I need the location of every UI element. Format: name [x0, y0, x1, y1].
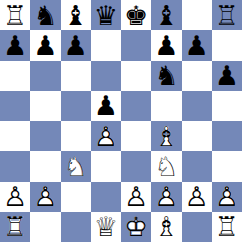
white-piece-fill-layer: ♟ — [0, 182, 30, 212]
piece-black-knight[interactable]: ♞ — [30, 0, 60, 30]
square-d7[interactable] — [91, 30, 121, 60]
white-piece-outline-layer: ♗ — [151, 121, 181, 151]
black-piece-glyph: ♟ — [61, 30, 91, 60]
square-a2[interactable]: ♟♙ — [0, 182, 30, 212]
square-b2[interactable]: ♟♙ — [30, 182, 60, 212]
white-piece-fill-layer: ♟ — [182, 182, 212, 212]
white-piece-fill-layer: ♜ — [212, 212, 242, 242]
square-h6[interactable]: ♟ — [212, 61, 242, 91]
white-piece-fill-layer: ♟ — [121, 182, 151, 212]
square-a1[interactable]: ♜♖ — [0, 212, 30, 242]
square-f5[interactable] — [151, 91, 181, 121]
black-piece-glyph: ♚ — [121, 0, 151, 30]
square-g3[interactable] — [182, 151, 212, 181]
square-e4[interactable] — [121, 121, 151, 151]
white-piece-outline-layer: ♙ — [151, 182, 181, 212]
piece-white-pawn[interactable]: ♟♙ — [30, 182, 60, 212]
square-g4[interactable] — [182, 121, 212, 151]
square-b5[interactable] — [30, 91, 60, 121]
square-e6[interactable] — [121, 61, 151, 91]
piece-black-pawn[interactable]: ♟ — [30, 30, 60, 60]
piece-white-pawn[interactable]: ♟♙ — [121, 182, 151, 212]
black-piece-glyph: ♟ — [0, 30, 30, 60]
white-piece-fill-layer: ♟ — [91, 121, 121, 151]
square-a4[interactable] — [0, 121, 30, 151]
black-piece-glyph: ♛ — [91, 0, 121, 30]
square-a8[interactable]: ♖ — [0, 0, 30, 30]
square-g7[interactable]: ♟ — [182, 30, 212, 60]
piece-white-pawn[interactable]: ♟♙ — [0, 182, 30, 212]
square-h4[interactable] — [212, 121, 242, 151]
piece-black-queen[interactable]: ♛ — [91, 0, 121, 30]
white-piece-outline-layer: ♙ — [91, 121, 121, 151]
square-h1[interactable]: ♜♖ — [212, 212, 242, 242]
square-h5[interactable] — [212, 91, 242, 121]
white-piece-outline-layer: ♙ — [212, 182, 242, 212]
piece-white-queen[interactable]: ♛♕ — [91, 212, 121, 242]
square-g8[interactable] — [182, 0, 212, 30]
piece-white-king[interactable]: ♚♔ — [121, 212, 151, 242]
white-piece-fill-layer: ♜ — [0, 212, 30, 242]
square-f8[interactable]: ♝ — [151, 0, 181, 30]
square-a3[interactable] — [0, 151, 30, 181]
black-piece-glyph: ♟ — [151, 30, 181, 60]
piece-black-pawn[interactable]: ♟ — [151, 30, 181, 60]
square-b1[interactable] — [30, 212, 60, 242]
square-c5[interactable] — [61, 91, 91, 121]
square-f3[interactable]: ♞♘ — [151, 151, 181, 181]
square-g1[interactable] — [182, 212, 212, 242]
square-d3[interactable] — [91, 151, 121, 181]
piece-black-pawn[interactable]: ♟ — [0, 30, 30, 60]
square-e7[interactable] — [121, 30, 151, 60]
square-d8[interactable]: ♛ — [91, 0, 121, 30]
square-c1[interactable] — [61, 212, 91, 242]
white-piece-outline-layer: ♘ — [151, 151, 181, 181]
white-piece-fill-layer: ♞ — [151, 151, 181, 181]
square-c2[interactable] — [61, 182, 91, 212]
black-piece-glyph: ♝ — [151, 0, 181, 30]
square-a6[interactable] — [0, 61, 30, 91]
square-a5[interactable] — [0, 91, 30, 121]
piece-black-bishop[interactable]: ♝ — [151, 0, 181, 30]
white-piece-outline-layer: ♙ — [30, 182, 60, 212]
white-piece-outline-layer: ♘ — [61, 151, 91, 181]
piece-white-bishop[interactable]: ♝♗ — [151, 212, 181, 242]
piece-white-pawn[interactable]: ♟♙ — [151, 182, 181, 212]
white-piece-outline-layer: ♔ — [121, 212, 151, 242]
square-d6[interactable] — [91, 61, 121, 91]
piece-black-pawn[interactable]: ♟ — [61, 30, 91, 60]
square-d1[interactable]: ♛♕ — [91, 212, 121, 242]
black-piece-glyph: ♖ — [0, 0, 30, 30]
white-piece-fill-layer: ♝ — [151, 212, 181, 242]
white-piece-outline-layer: ♕ — [91, 212, 121, 242]
black-piece-glyph: ♟ — [212, 61, 242, 91]
piece-white-pawn[interactable]: ♟♙ — [212, 182, 242, 212]
piece-black-bishop[interactable]: ♝ — [61, 0, 91, 30]
square-e5[interactable] — [121, 91, 151, 121]
white-piece-outline-layer: ♗ — [151, 212, 181, 242]
black-piece-glyph: ♞ — [151, 61, 181, 91]
white-piece-outline-layer: ♙ — [121, 182, 151, 212]
square-h2[interactable]: ♟♙ — [212, 182, 242, 212]
white-piece-outline-layer: ♖ — [0, 212, 30, 242]
piece-white-rook[interactable]: ♜♖ — [0, 212, 30, 242]
square-b8[interactable]: ♞ — [30, 0, 60, 30]
square-e2[interactable]: ♟♙ — [121, 182, 151, 212]
square-g2[interactable]: ♟♙ — [182, 182, 212, 212]
black-piece-glyph: ♟ — [91, 91, 121, 121]
square-c3[interactable]: ♞♘ — [61, 151, 91, 181]
piece-white-knight[interactable]: ♞♘ — [61, 151, 91, 181]
square-d5[interactable]: ♟ — [91, 91, 121, 121]
piece-white-pawn[interactable]: ♟♙ — [91, 121, 121, 151]
square-f4[interactable]: ♝♗ — [151, 121, 181, 151]
white-piece-fill-layer: ♚ — [121, 212, 151, 242]
chess-board: ♖♞♝♛♚♝♖♟♟♟♟♟♞♟♟♟♙♝♗♞♘♞♘♟♙♟♙♟♙♟♙♟♙♟♙♜♖♛♕♚… — [0, 0, 242, 242]
square-e8[interactable]: ♚ — [121, 0, 151, 30]
square-g5[interactable] — [182, 91, 212, 121]
square-h7[interactable] — [212, 30, 242, 60]
white-piece-fill-layer: ♛ — [91, 212, 121, 242]
black-piece-glyph: ♝ — [61, 0, 91, 30]
black-piece-glyph: ♞ — [30, 0, 60, 30]
square-e3[interactable] — [121, 151, 151, 181]
square-c6[interactable] — [61, 61, 91, 91]
white-piece-fill-layer: ♟ — [151, 182, 181, 212]
white-piece-fill-layer: ♞ — [61, 151, 91, 181]
piece-white-rook[interactable]: ♜♖ — [212, 212, 242, 242]
square-f6[interactable]: ♞ — [151, 61, 181, 91]
black-piece-glyph: ♟ — [182, 30, 212, 60]
piece-black-knight[interactable]: ♞ — [151, 61, 181, 91]
piece-white-bishop[interactable]: ♝♗ — [151, 121, 181, 151]
square-b7[interactable]: ♟ — [30, 30, 60, 60]
white-piece-fill-layer: ♝ — [151, 121, 181, 151]
piece-black-rook[interactable]: ♖ — [0, 0, 30, 30]
square-b4[interactable] — [30, 121, 60, 151]
square-c8[interactable]: ♝ — [61, 0, 91, 30]
white-piece-fill-layer: ♟ — [212, 182, 242, 212]
square-c4[interactable] — [61, 121, 91, 151]
black-piece-glyph: ♟ — [30, 30, 60, 60]
square-g6[interactable] — [182, 61, 212, 91]
white-piece-outline-layer: ♙ — [0, 182, 30, 212]
white-piece-fill-layer: ♟ — [30, 182, 60, 212]
piece-black-king[interactable]: ♚ — [121, 0, 151, 30]
square-h8[interactable]: ♖ — [212, 0, 242, 30]
piece-black-pawn[interactable]: ♟ — [182, 30, 212, 60]
piece-black-pawn[interactable]: ♟ — [212, 61, 242, 91]
piece-black-rook[interactable]: ♖ — [212, 0, 242, 30]
square-c7[interactable]: ♟ — [61, 30, 91, 60]
square-h3[interactable] — [212, 151, 242, 181]
black-piece-glyph: ♖ — [212, 0, 242, 30]
square-f1[interactable]: ♝♗ — [151, 212, 181, 242]
square-a7[interactable]: ♟ — [0, 30, 30, 60]
square-d4[interactable]: ♟♙ — [91, 121, 121, 151]
square-f7[interactable]: ♟ — [151, 30, 181, 60]
piece-black-pawn[interactable]: ♟ — [91, 91, 121, 121]
square-b3[interactable] — [30, 151, 60, 181]
white-piece-outline-layer: ♙ — [182, 182, 212, 212]
piece-white-knight[interactable]: ♞♘ — [151, 151, 181, 181]
square-b6[interactable] — [30, 61, 60, 91]
piece-white-pawn[interactable]: ♟♙ — [182, 182, 212, 212]
white-piece-outline-layer: ♖ — [212, 212, 242, 242]
square-e1[interactable]: ♚♔ — [121, 212, 151, 242]
square-d2[interactable] — [91, 182, 121, 212]
square-f2[interactable]: ♟♙ — [151, 182, 181, 212]
